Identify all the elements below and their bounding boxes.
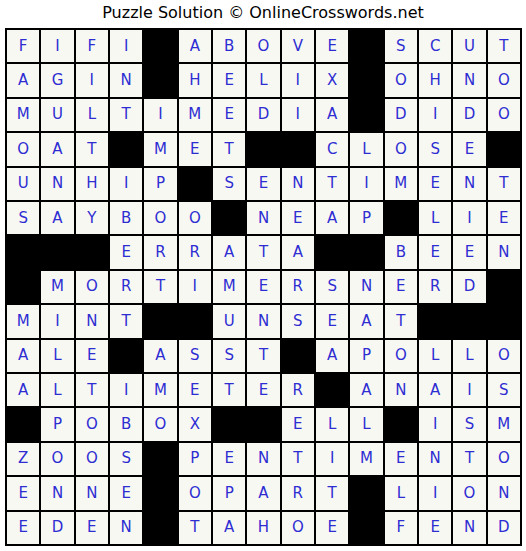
letter-cell: T [212,132,246,166]
black-cell [212,407,246,441]
letter-cell: L [40,373,74,407]
page-title: Puzzle Solution © OnlineCrosswords.net [0,3,526,22]
black-cell [487,270,521,304]
black-cell [418,304,452,338]
letter-cell: A [246,476,280,510]
letter-cell: A [349,373,383,407]
letter-cell: S [6,201,40,235]
letter-cell: T [109,304,143,338]
black-cell [212,201,246,235]
black-cell [143,511,177,545]
letter-cell: N [487,235,521,269]
letter-cell: U [212,304,246,338]
letter-cell: M [349,442,383,476]
black-cell [452,304,486,338]
letter-cell: I [109,167,143,201]
letter-cell: O [178,201,212,235]
letter-cell: I [178,270,212,304]
letter-cell: T [246,235,280,269]
letter-cell: T [109,98,143,132]
letter-cell: I [315,442,349,476]
letter-cell: O [384,132,418,166]
letter-cell: S [212,167,246,201]
letter-cell: I [418,98,452,132]
black-cell [349,98,383,132]
letter-cell: O [487,442,521,476]
letter-cell: N [487,476,521,510]
letter-cell: E [246,270,280,304]
letter-cell: A [40,132,74,166]
letter-cell: D [246,98,280,132]
letter-cell: I [143,98,177,132]
letter-cell: T [75,132,109,166]
letter-cell: L [246,63,280,97]
black-cell [178,304,212,338]
letter-cell: E [315,511,349,545]
letter-cell: A [418,373,452,407]
black-cell [349,476,383,510]
letter-cell: E [315,304,349,338]
letter-cell: A [315,201,349,235]
letter-cell: V [281,29,315,63]
letter-cell: N [452,167,486,201]
letter-cell: A [281,235,315,269]
letter-cell: E [6,476,40,510]
letter-cell: P [178,442,212,476]
letter-cell: A [6,63,40,97]
letter-cell: D [452,270,486,304]
letter-cell: N [349,270,383,304]
letter-cell: A [40,201,74,235]
letter-cell: L [418,201,452,235]
letter-cell: N [281,167,315,201]
letter-cell: E [418,167,452,201]
letter-cell: L [384,476,418,510]
letter-cell: E [246,167,280,201]
letter-cell: O [487,98,521,132]
letter-cell: S [315,270,349,304]
letter-cell: E [75,339,109,373]
letter-cell: L [349,132,383,166]
letter-cell: B [109,407,143,441]
letter-cell: O [384,339,418,373]
letter-cell: L [418,339,452,373]
letter-cell: I [109,29,143,63]
black-cell [75,235,109,269]
letter-cell: M [384,167,418,201]
letter-cell: E [6,511,40,545]
letter-cell: E [384,442,418,476]
letter-cell: S [452,407,486,441]
letter-cell: A [143,339,177,373]
black-cell [315,373,349,407]
letter-cell: M [178,98,212,132]
letter-cell: T [75,373,109,407]
letter-cell: E [418,235,452,269]
letter-cell: O [487,339,521,373]
black-cell [109,339,143,373]
black-cell [178,167,212,201]
letter-cell: O [75,270,109,304]
letter-cell: I [418,476,452,510]
letter-cell: O [75,407,109,441]
letter-cell: T [487,29,521,63]
letter-cell: S [418,132,452,166]
letter-cell: T [384,304,418,338]
letter-cell: C [315,132,349,166]
letter-cell: T [246,339,280,373]
letter-cell: H [246,511,280,545]
letter-cell: F [75,29,109,63]
letter-cell: E [212,98,246,132]
black-cell [315,235,349,269]
letter-cell: P [349,339,383,373]
letter-cell: N [109,511,143,545]
letter-cell: T [178,511,212,545]
letter-cell: A [315,98,349,132]
letter-cell: D [487,511,521,545]
letter-cell: T [487,167,521,201]
letter-cell: R [281,270,315,304]
letter-cell: U [452,29,486,63]
letter-cell: I [40,29,74,63]
letter-cell: O [178,476,212,510]
black-cell [384,407,418,441]
letter-cell: M [6,98,40,132]
letter-cell: M [212,270,246,304]
letter-cell: B [212,29,246,63]
letter-cell: A [6,373,40,407]
letter-cell: I [75,63,109,97]
black-cell [487,132,521,166]
letter-cell: E [109,235,143,269]
letter-cell: N [246,201,280,235]
letter-cell: D [452,98,486,132]
letter-cell: A [212,511,246,545]
letter-cell: R [143,235,177,269]
letter-cell: N [452,511,486,545]
letter-cell: I [452,373,486,407]
letter-cell: I [40,304,74,338]
letter-cell: G [40,63,74,97]
letter-cell: A [6,339,40,373]
letter-cell: I [109,373,143,407]
black-cell [143,476,177,510]
letter-cell: A [315,339,349,373]
letter-cell: R [109,270,143,304]
letter-cell: T [281,442,315,476]
letter-cell: N [452,63,486,97]
black-cell [349,63,383,97]
black-cell [246,407,280,441]
letter-cell: R [281,373,315,407]
letter-cell: H [418,63,452,97]
letter-cell: O [75,442,109,476]
black-cell [143,304,177,338]
letter-cell: O [281,511,315,545]
letter-cell: N [40,167,74,201]
black-cell [6,270,40,304]
letter-cell: O [452,476,486,510]
letter-cell: E [452,132,486,166]
letter-cell: M [6,304,40,338]
letter-cell: Z [6,442,40,476]
black-cell [109,132,143,166]
letter-cell: F [384,511,418,545]
black-cell [6,235,40,269]
letter-cell: E [487,201,521,235]
letter-cell: I [349,167,383,201]
letter-cell: N [75,476,109,510]
letter-cell: O [487,63,521,97]
letter-cell: S [109,442,143,476]
letter-cell: L [40,339,74,373]
black-cell [349,511,383,545]
letter-cell: O [246,29,280,63]
letter-cell: E [315,29,349,63]
letter-cell: T [452,442,486,476]
letter-cell: E [452,235,486,269]
letter-cell: E [212,63,246,97]
letter-cell: L [452,339,486,373]
letter-cell: C [418,29,452,63]
letter-cell: I [281,98,315,132]
letter-cell: T [143,270,177,304]
letter-cell: A [212,235,246,269]
letter-cell: X [315,63,349,97]
letter-cell: N [384,373,418,407]
black-cell [349,29,383,63]
letter-cell: E [212,442,246,476]
letter-cell: T [212,373,246,407]
black-cell [40,235,74,269]
letter-cell: N [246,442,280,476]
letter-cell: O [384,63,418,97]
letter-cell: E [281,407,315,441]
letter-cell: M [487,407,521,441]
letter-cell: E [418,511,452,545]
black-cell [384,201,418,235]
letter-cell: E [384,270,418,304]
letter-cell: E [178,132,212,166]
crossword-grid: FIFIABOVESCUTAGINHELIXOHNOMULTIMEDIADIDO… [5,28,522,546]
letter-cell: S [384,29,418,63]
letter-cell: S [487,373,521,407]
letter-cell: N [418,442,452,476]
letter-cell: P [349,201,383,235]
black-cell [143,29,177,63]
black-cell [6,407,40,441]
letter-cell: X [178,407,212,441]
letter-cell: L [75,98,109,132]
letter-cell: D [384,98,418,132]
letter-cell: M [143,373,177,407]
letter-cell: E [75,511,109,545]
black-cell [281,132,315,166]
letter-cell: T [315,476,349,510]
letter-cell: M [40,270,74,304]
letter-cell: A [349,304,383,338]
letter-cell: H [178,63,212,97]
letter-cell: E [281,201,315,235]
letter-cell: O [6,132,40,166]
letter-cell: R [418,270,452,304]
letter-cell: B [109,201,143,235]
letter-cell: N [40,476,74,510]
black-cell [143,442,177,476]
letter-cell: P [212,476,246,510]
letter-cell: E [109,476,143,510]
letter-cell: L [315,407,349,441]
letter-cell: H [75,167,109,201]
letter-cell: M [143,132,177,166]
letter-cell: B [384,235,418,269]
letter-cell: E [178,373,212,407]
black-cell [281,339,315,373]
black-cell [143,63,177,97]
letter-cell: N [109,63,143,97]
letter-cell: O [40,442,74,476]
letter-cell: U [40,98,74,132]
letter-cell: E [246,373,280,407]
letter-cell: R [178,235,212,269]
letter-cell: F [6,29,40,63]
letter-cell: D [40,511,74,545]
letter-cell: U [6,167,40,201]
letter-cell: S [212,339,246,373]
letter-cell: N [246,304,280,338]
letter-cell: P [40,407,74,441]
black-cell [246,132,280,166]
letter-cell: I [452,201,486,235]
letter-cell: A [178,29,212,63]
letter-cell: Y [75,201,109,235]
letter-cell: N [75,304,109,338]
letter-cell: I [418,407,452,441]
letter-cell: S [178,339,212,373]
black-cell [349,235,383,269]
letter-cell: L [349,407,383,441]
letter-cell: S [281,304,315,338]
black-cell [487,304,521,338]
letter-cell: I [281,63,315,97]
letter-cell: P [143,167,177,201]
letter-cell: O [143,201,177,235]
letter-cell: T [315,167,349,201]
letter-cell: O [143,407,177,441]
letter-cell: R [281,476,315,510]
